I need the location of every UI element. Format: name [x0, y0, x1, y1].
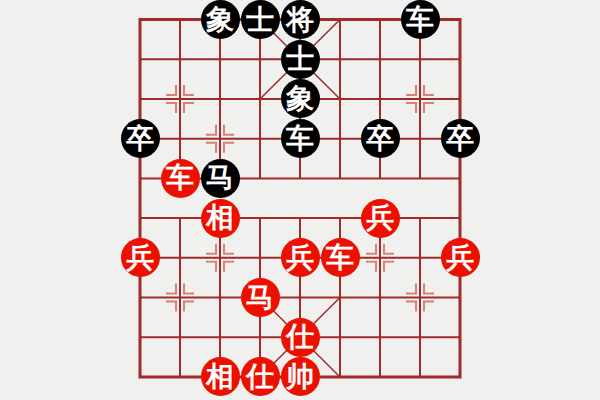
black-chariot[interactable]: 车 [401, 0, 440, 39]
red-elephant[interactable]: 相 [201, 199, 240, 238]
xiangqi-board: 象士将车士象卒车卒卒马车相兵兵兵车兵马仕相仕帅 [0, 0, 600, 400]
black-elephant[interactable]: 象 [201, 0, 240, 39]
red-chariot[interactable]: 车 [161, 159, 200, 198]
red-horse[interactable]: 马 [241, 278, 280, 317]
black-horse[interactable]: 马 [201, 159, 240, 198]
red-general[interactable]: 帅 [281, 357, 320, 396]
black-elephant[interactable]: 象 [281, 79, 320, 118]
pieces-layer: 象士将车士象卒车卒卒马车相兵兵兵车兵马仕相仕帅 [0, 0, 600, 400]
red-pawn[interactable]: 兵 [121, 238, 160, 277]
red-advisor[interactable]: 仕 [281, 318, 320, 357]
black-advisor[interactable]: 士 [281, 40, 320, 79]
red-pawn[interactable]: 兵 [281, 238, 320, 277]
red-pawn[interactable]: 兵 [441, 238, 480, 277]
black-pawn[interactable]: 卒 [121, 119, 160, 158]
black-general[interactable]: 将 [281, 0, 320, 39]
red-elephant[interactable]: 相 [201, 357, 240, 396]
red-chariot[interactable]: 车 [321, 238, 360, 277]
red-advisor[interactable]: 仕 [241, 357, 280, 396]
black-advisor[interactable]: 士 [241, 0, 280, 39]
black-pawn[interactable]: 卒 [361, 119, 400, 158]
black-pawn[interactable]: 卒 [441, 119, 480, 158]
red-pawn[interactable]: 兵 [361, 199, 400, 238]
black-chariot[interactable]: 车 [281, 119, 320, 158]
